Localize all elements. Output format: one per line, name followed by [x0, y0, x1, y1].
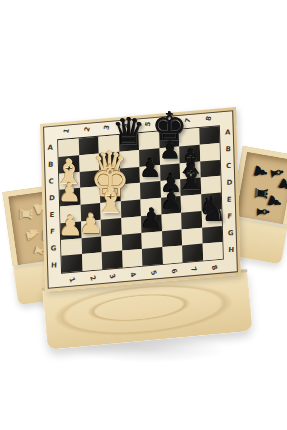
coordinate-label: 6 [169, 268, 177, 275]
spare-piece-black-pawn[interactable]: ♟ [274, 175, 287, 197]
right-drawer-tray: ♟♝♟♜♟♝ [231, 146, 287, 225]
coordinate-label: G [227, 230, 233, 237]
coordinate-label: C [226, 163, 231, 170]
coordinate-label: D [226, 180, 232, 187]
coordinate-label: 8 [206, 116, 214, 122]
coordinate-label: 4 [128, 271, 136, 278]
square-g2[interactable] [182, 227, 203, 245]
coordinate-label: G [50, 246, 56, 253]
chess-piece-black-pawn[interactable]: ♟ [139, 156, 161, 181]
coordinate-label: D [48, 195, 54, 202]
chess-piece-white-pawn[interactable]: ♟ [58, 211, 82, 238]
spare-piece-black-bishop[interactable]: ♝ [254, 204, 271, 219]
coordinate-label: E [227, 197, 232, 204]
square-h1[interactable] [202, 242, 223, 260]
coordinate-label: 7 [189, 266, 197, 273]
chess-piece-black-pawn[interactable]: ♟ [139, 204, 163, 231]
square-a2[interactable] [61, 238, 82, 256]
coordinate-label: F [50, 229, 55, 236]
coordinate-label: 3 [104, 125, 112, 131]
spare-piece-black-bishop[interactable]: ♝ [267, 163, 286, 181]
square-a1[interactable] [62, 254, 83, 272]
square-f1[interactable] [162, 246, 183, 264]
coordinate-label: H [228, 247, 234, 254]
square-b1[interactable] [82, 253, 103, 271]
coordinate-label: E [49, 212, 54, 219]
coordinate-label: 3 [108, 273, 116, 280]
coordinate-label: 1 [63, 128, 71, 134]
spare-piece-white-rook[interactable]: ♜ [17, 206, 35, 222]
square-f2[interactable] [162, 229, 183, 247]
square-d2[interactable] [121, 233, 142, 251]
chess-piece-white-pawn[interactable]: ♟ [58, 180, 80, 205]
square-e2[interactable] [141, 231, 162, 249]
coordinate-label: A [225, 130, 231, 137]
square-g1[interactable] [182, 244, 203, 262]
spare-piece-black-pawn[interactable]: ♟ [250, 162, 270, 181]
chess-piece-black-knight[interactable]: ♞ [198, 193, 228, 226]
coordinate-label: 2 [84, 126, 92, 132]
coordinate-label: 2 [88, 275, 96, 282]
coordinate-label: 8 [210, 264, 218, 271]
square-e1[interactable] [142, 247, 163, 265]
square-d1[interactable] [122, 249, 143, 267]
chess-set-scene: ♜♟♝♞♟♟♝ ♟♝♟♜♟♝ ABCDEFGH ABCDEFGH 1234567… [0, 0, 287, 430]
coordinate-label: 5 [149, 270, 157, 277]
coordinate-label: B [225, 146, 231, 153]
coordinate-label: 1 [67, 277, 75, 284]
square-c2[interactable] [101, 234, 122, 252]
coordinate-label: A [47, 145, 53, 152]
coordinate-label: F [227, 214, 232, 221]
spare-piece-black-pawn[interactable]: ♟ [264, 192, 285, 212]
square-c1[interactable] [102, 251, 123, 269]
square-f3[interactable] [161, 213, 182, 231]
coordinate-label: H [50, 262, 56, 269]
square-e5[interactable] [140, 181, 161, 199]
spare-piece-white-knight[interactable]: ♞ [22, 225, 42, 244]
square-b2[interactable] [81, 236, 102, 254]
spare-piece-black-rook[interactable]: ♜ [252, 185, 270, 202]
